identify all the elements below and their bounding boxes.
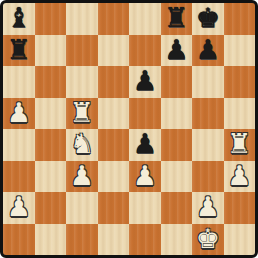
square-h8[interactable] — [224, 3, 256, 35]
piece-white-pawn-h3[interactable]: ♟ — [227, 162, 251, 189]
piece-black-pawn-f7[interactable]: ♟ — [164, 36, 188, 63]
piece-white-pawn-c3[interactable]: ♟ — [70, 162, 94, 189]
square-f2[interactable] — [161, 192, 193, 224]
square-h2[interactable] — [224, 192, 256, 224]
square-a7[interactable]: ♜ — [3, 35, 35, 67]
square-h5[interactable] — [224, 98, 256, 130]
chess-board-frame: ♝♜♚♜♟♟♟♟♜♞♟♜♟♟♟♟♟♚ — [0, 0, 258, 258]
square-e3[interactable]: ♟ — [129, 161, 161, 193]
square-f4[interactable] — [161, 129, 193, 161]
square-d6[interactable] — [98, 66, 130, 98]
square-c6[interactable] — [66, 66, 98, 98]
piece-white-king-g1[interactable]: ♚ — [196, 225, 220, 252]
square-a3[interactable] — [3, 161, 35, 193]
square-d2[interactable] — [98, 192, 130, 224]
square-e2[interactable] — [129, 192, 161, 224]
square-h1[interactable] — [224, 224, 256, 256]
square-a6[interactable] — [3, 66, 35, 98]
square-g5[interactable] — [192, 98, 224, 130]
square-g7[interactable]: ♟ — [192, 35, 224, 67]
square-h4[interactable]: ♜ — [224, 129, 256, 161]
square-g3[interactable] — [192, 161, 224, 193]
square-f5[interactable] — [161, 98, 193, 130]
piece-white-rook-h4[interactable]: ♜ — [227, 130, 251, 157]
piece-black-pawn-g7[interactable]: ♟ — [196, 36, 220, 63]
square-e4[interactable]: ♟ — [129, 129, 161, 161]
square-f8[interactable]: ♜ — [161, 3, 193, 35]
square-h3[interactable]: ♟ — [224, 161, 256, 193]
square-f7[interactable]: ♟ — [161, 35, 193, 67]
square-f3[interactable] — [161, 161, 193, 193]
square-b5[interactable] — [35, 98, 67, 130]
piece-black-bishop-a8[interactable]: ♝ — [7, 4, 31, 31]
chess-board: ♝♜♚♜♟♟♟♟♜♞♟♜♟♟♟♟♟♚ — [3, 3, 255, 255]
square-b3[interactable] — [35, 161, 67, 193]
piece-black-rook-a7[interactable]: ♜ — [7, 36, 31, 63]
piece-white-pawn-a5[interactable]: ♟ — [7, 99, 31, 126]
piece-black-pawn-e4[interactable]: ♟ — [133, 130, 157, 157]
square-g2[interactable]: ♟ — [192, 192, 224, 224]
square-g1[interactable]: ♚ — [192, 224, 224, 256]
square-b6[interactable] — [35, 66, 67, 98]
square-g6[interactable] — [192, 66, 224, 98]
square-a1[interactable] — [3, 224, 35, 256]
piece-black-king-g8[interactable]: ♚ — [196, 4, 220, 31]
square-c8[interactable] — [66, 3, 98, 35]
square-g8[interactable]: ♚ — [192, 3, 224, 35]
square-c7[interactable] — [66, 35, 98, 67]
square-b7[interactable] — [35, 35, 67, 67]
square-e1[interactable] — [129, 224, 161, 256]
square-f1[interactable] — [161, 224, 193, 256]
square-a8[interactable]: ♝ — [3, 3, 35, 35]
square-a2[interactable]: ♟ — [3, 192, 35, 224]
square-h7[interactable] — [224, 35, 256, 67]
square-e8[interactable] — [129, 3, 161, 35]
piece-black-rook-f8[interactable]: ♜ — [164, 4, 188, 31]
square-d5[interactable] — [98, 98, 130, 130]
square-b8[interactable] — [35, 3, 67, 35]
square-e6[interactable]: ♟ — [129, 66, 161, 98]
piece-white-rook-c5[interactable]: ♜ — [70, 99, 94, 126]
square-c3[interactable]: ♟ — [66, 161, 98, 193]
square-d4[interactable] — [98, 129, 130, 161]
piece-white-knight-c4[interactable]: ♞ — [70, 130, 94, 157]
square-b1[interactable] — [35, 224, 67, 256]
square-h6[interactable] — [224, 66, 256, 98]
square-c4[interactable]: ♞ — [66, 129, 98, 161]
square-a4[interactable] — [3, 129, 35, 161]
square-g4[interactable] — [192, 129, 224, 161]
square-b2[interactable] — [35, 192, 67, 224]
square-c1[interactable] — [66, 224, 98, 256]
piece-white-pawn-e3[interactable]: ♟ — [133, 162, 157, 189]
square-b4[interactable] — [35, 129, 67, 161]
square-d8[interactable] — [98, 3, 130, 35]
piece-white-pawn-a2[interactable]: ♟ — [7, 193, 31, 220]
piece-black-pawn-e6[interactable]: ♟ — [133, 67, 157, 94]
square-d1[interactable] — [98, 224, 130, 256]
piece-white-pawn-g2[interactable]: ♟ — [196, 193, 220, 220]
square-e7[interactable] — [129, 35, 161, 67]
square-a5[interactable]: ♟ — [3, 98, 35, 130]
square-c2[interactable] — [66, 192, 98, 224]
square-f6[interactable] — [161, 66, 193, 98]
square-d7[interactable] — [98, 35, 130, 67]
square-e5[interactable] — [129, 98, 161, 130]
square-c5[interactable]: ♜ — [66, 98, 98, 130]
square-d3[interactable] — [98, 161, 130, 193]
